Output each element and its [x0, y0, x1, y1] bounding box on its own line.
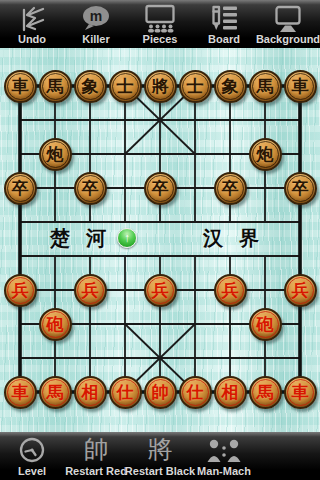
level-button[interactable]: Level [0, 432, 64, 480]
piece-glyph: 馬 [47, 378, 64, 406]
restart-black-label: Restart Black [125, 465, 195, 478]
piece-black-elephant[interactable]: 象 [73, 69, 108, 103]
piece-glyph: 車 [292, 72, 309, 100]
monitor-icon [272, 3, 304, 33]
restart-black-button[interactable]: 將 Restart Black [128, 432, 192, 480]
black-general-icon: 將 [148, 435, 173, 465]
piece-glyph: 象 [82, 72, 99, 100]
piece-glyph: 相 [82, 378, 99, 406]
killer-balloon-icon: m [80, 3, 112, 33]
svg-text:m: m [90, 8, 102, 24]
piece-glyph: 士 [187, 72, 204, 100]
piece-red-horse[interactable]: 馬 [248, 375, 283, 409]
restart-red-button[interactable]: 帥 Restart Red [64, 432, 128, 480]
man-machine-label: Man-Mach [197, 465, 251, 478]
pieces-button[interactable]: Pieces [128, 0, 192, 48]
piece-glyph: 將 [152, 72, 169, 100]
piece-red-cannon[interactable]: 砲 [248, 307, 283, 341]
piece-glyph: 卒 [222, 174, 239, 202]
piece-glyph: 兵 [292, 276, 309, 304]
piece-glyph: 車 [12, 72, 29, 100]
piece-glyph: 卒 [82, 174, 99, 202]
piece-black-elephant[interactable]: 象 [213, 69, 248, 103]
piece-black-chariot[interactable]: 車 [3, 69, 38, 103]
piece-red-soldier[interactable]: 兵 [73, 273, 108, 307]
piece-glyph: 車 [12, 378, 29, 406]
piece-black-advisor[interactable]: 士 [108, 69, 143, 103]
piece-glyph: 兵 [152, 276, 169, 304]
background-label: Background [256, 33, 320, 46]
piece-glyph: 砲 [47, 310, 64, 338]
bottom-toolbar: Level 帥 Restart Red 將 Restart Black [0, 432, 320, 480]
man-machine-icon [206, 435, 242, 465]
piece-black-cannon[interactable]: 炮 [248, 137, 283, 171]
board-grid[interactable]: 車馬象士將士象馬車炮炮卒卒卒卒卒兵兵兵兵兵砲砲車馬相仕帥仕相馬車 [3, 69, 318, 409]
board: 楚河 汉界 ↑ 車馬象士將士象馬車炮炮卒卒卒卒卒兵兵兵兵兵砲砲車馬相仕帥仕相馬車 [0, 48, 320, 432]
piece-red-soldier[interactable]: 兵 [143, 273, 178, 307]
piece-black-soldier[interactable]: 卒 [73, 171, 108, 205]
clock-icon [18, 435, 46, 465]
board-button[interactable]: Board [192, 0, 256, 48]
piece-red-chariot[interactable]: 車 [283, 375, 318, 409]
undo-label: Undo [18, 33, 46, 46]
background-button[interactable]: Background [256, 0, 320, 48]
piece-black-chariot[interactable]: 車 [283, 69, 318, 103]
piece-glyph: 兵 [12, 276, 29, 304]
piece-glyph: 兵 [82, 276, 99, 304]
killer-label: Killer [82, 33, 110, 46]
piece-glyph: 仕 [187, 378, 204, 406]
pencil-list-icon [209, 3, 239, 33]
undo-button[interactable]: Undo [0, 0, 64, 48]
piece-red-soldier[interactable]: 兵 [283, 273, 318, 307]
killer-button[interactable]: m Killer [64, 0, 128, 48]
red-general-icon: 帥 [84, 435, 109, 465]
board-label: Board [208, 33, 240, 46]
piece-glyph: 士 [117, 72, 134, 100]
piece-glyph: 仕 [117, 378, 134, 406]
piece-glyph: 馬 [47, 72, 64, 100]
piece-black-soldier[interactable]: 卒 [283, 171, 318, 205]
piece-glyph: 卒 [292, 174, 309, 202]
piece-black-horse[interactable]: 馬 [38, 69, 73, 103]
piece-glyph: 馬 [257, 72, 274, 100]
pieces-label: Pieces [143, 33, 178, 46]
piece-red-chariot[interactable]: 車 [3, 375, 38, 409]
piece-black-soldier[interactable]: 卒 [3, 171, 38, 205]
piece-red-soldier[interactable]: 兵 [213, 273, 248, 307]
piece-glyph: 馬 [257, 378, 274, 406]
piece-glyph: 兵 [222, 276, 239, 304]
piece-glyph: 炮 [47, 140, 64, 168]
man-machine-button[interactable]: Man-Mach [192, 432, 256, 480]
piece-red-horse[interactable]: 馬 [38, 375, 73, 409]
pieces-stage-icon [143, 3, 177, 33]
piece-black-advisor[interactable]: 士 [178, 69, 213, 103]
piece-black-general[interactable]: 將 [143, 69, 178, 103]
level-label: Level [18, 465, 46, 478]
piece-red-cannon[interactable]: 砲 [38, 307, 73, 341]
piece-black-cannon[interactable]: 炮 [38, 137, 73, 171]
piece-glyph: 砲 [257, 310, 274, 338]
xiangqi-app: Undo m Killer [0, 0, 320, 480]
piece-glyph: 炮 [257, 140, 274, 168]
piece-black-horse[interactable]: 馬 [248, 69, 283, 103]
piece-red-advisor[interactable]: 仕 [108, 375, 143, 409]
piece-glyph: 象 [222, 72, 239, 100]
restart-red-label: Restart Red [65, 465, 127, 478]
undo-icon [17, 3, 47, 33]
piece-black-soldier[interactable]: 卒 [213, 171, 248, 205]
piece-black-soldier[interactable]: 卒 [143, 171, 178, 205]
piece-red-advisor[interactable]: 仕 [178, 375, 213, 409]
piece-glyph: 卒 [12, 174, 29, 202]
piece-red-elephant[interactable]: 相 [73, 375, 108, 409]
piece-glyph: 卒 [152, 174, 169, 202]
piece-glyph: 車 [292, 378, 309, 406]
piece-red-soldier[interactable]: 兵 [3, 273, 38, 307]
piece-red-elephant[interactable]: 相 [213, 375, 248, 409]
piece-glyph: 相 [222, 378, 239, 406]
top-toolbar: Undo m Killer [0, 0, 320, 48]
piece-glyph: 帥 [152, 378, 169, 406]
piece-red-general[interactable]: 帥 [143, 375, 178, 409]
